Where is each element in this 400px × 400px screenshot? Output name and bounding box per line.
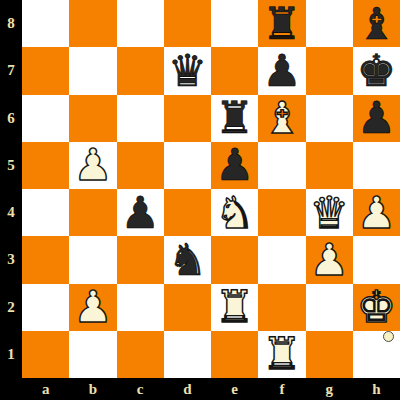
file-label-b: b [69,378,116,400]
square-f6[interactable]: ♝ [258,95,305,142]
square-c1[interactable] [117,331,164,378]
black-pawn[interactable]: ♟ [117,189,164,236]
square-d6[interactable] [164,95,211,142]
white-rook[interactable]: ♜ [258,331,305,378]
square-c2[interactable] [117,284,164,331]
hint-circle-marker [383,331,394,342]
rank-labels: 87654321 [0,0,22,378]
square-e4[interactable]: ♞ [211,189,258,236]
square-g5[interactable] [306,142,353,189]
file-label-g: g [306,378,353,400]
rank-label-6: 6 [0,95,22,142]
square-b7[interactable] [69,47,116,94]
rank-label-5: 5 [0,142,22,189]
white-queen[interactable]: ♛ [306,189,353,236]
white-pawn[interactable]: ♟ [69,142,116,189]
square-e1[interactable] [211,331,258,378]
square-c6[interactable] [117,95,164,142]
black-knight[interactable]: ♞ [164,236,211,283]
square-g2[interactable] [306,284,353,331]
file-label-a: a [22,378,69,400]
square-d8[interactable] [164,0,211,47]
square-d5[interactable] [164,142,211,189]
square-h2[interactable]: ♚ [353,284,400,331]
square-g7[interactable] [306,47,353,94]
square-b8[interactable] [69,0,116,47]
square-a3[interactable] [22,236,69,283]
square-f8[interactable]: ♜ [258,0,305,47]
square-e6[interactable]: ♜ [211,95,258,142]
file-label-f: f [258,378,305,400]
square-b4[interactable] [69,189,116,236]
square-g6[interactable] [306,95,353,142]
file-label-h: h [353,378,400,400]
square-d1[interactable] [164,331,211,378]
square-e8[interactable] [211,0,258,47]
square-h6[interactable]: ♟ [353,95,400,142]
white-pawn[interactable]: ♟ [306,236,353,283]
square-a8[interactable] [22,0,69,47]
white-rook[interactable]: ♜ [211,284,258,331]
rank-label-3: 3 [0,236,22,283]
black-rook[interactable]: ♜ [211,95,258,142]
square-h5[interactable] [353,142,400,189]
file-label-d: d [164,378,211,400]
square-e7[interactable] [211,47,258,94]
square-c8[interactable] [117,0,164,47]
square-a6[interactable] [22,95,69,142]
square-a7[interactable] [22,47,69,94]
square-e2[interactable]: ♜ [211,284,258,331]
square-f3[interactable] [258,236,305,283]
white-pawn[interactable]: ♟ [69,284,116,331]
square-f1[interactable]: ♜ [258,331,305,378]
square-a4[interactable] [22,189,69,236]
square-d4[interactable] [164,189,211,236]
square-e3[interactable] [211,236,258,283]
square-h4[interactable]: ♟ [353,189,400,236]
black-king[interactable]: ♚ [353,47,400,94]
white-king[interactable]: ♚ [353,284,400,331]
square-e5[interactable]: ♟ [211,142,258,189]
white-pawn[interactable]: ♟ [353,189,400,236]
square-d2[interactable] [164,284,211,331]
black-queen[interactable]: ♛ [164,47,211,94]
file-labels: abcdefgh [22,378,400,400]
black-pawn[interactable]: ♟ [211,142,258,189]
white-bishop[interactable]: ♝ [258,95,305,142]
square-a1[interactable] [22,331,69,378]
square-g4[interactable]: ♛ [306,189,353,236]
square-g1[interactable] [306,331,353,378]
square-c7[interactable] [117,47,164,94]
black-pawn[interactable]: ♟ [258,47,305,94]
square-h3[interactable] [353,236,400,283]
square-c3[interactable] [117,236,164,283]
square-h7[interactable]: ♚ [353,47,400,94]
square-h1[interactable] [353,331,400,378]
square-c5[interactable] [117,142,164,189]
square-a5[interactable] [22,142,69,189]
square-a2[interactable] [22,284,69,331]
square-h8[interactable]: ♝ [353,0,400,47]
black-bishop[interactable]: ♝ [353,0,400,47]
square-b1[interactable] [69,331,116,378]
rank-label-2: 2 [0,284,22,331]
square-b6[interactable] [69,95,116,142]
rank-label-1: 1 [0,331,22,378]
rank-label-8: 8 [0,0,22,47]
rank-label-7: 7 [0,47,22,94]
square-g8[interactable] [306,0,353,47]
rank-label-4: 4 [0,189,22,236]
square-c4[interactable]: ♟ [117,189,164,236]
square-g3[interactable]: ♟ [306,236,353,283]
square-b5[interactable]: ♟ [69,142,116,189]
file-label-e: e [211,378,258,400]
chess-board[interactable]: ♜♝♛♟♚♜♝♟♟♟♟♞♛♟♞♟♟♜♚♜ [22,0,400,378]
square-b3[interactable] [69,236,116,283]
square-b2[interactable]: ♟ [69,284,116,331]
chess-board-frame: 87654321 ♜♝♛♟♚♜♝♟♟♟♟♞♛♟♞♟♟♜♚♜ abcdefgh [0,0,400,400]
white-knight[interactable]: ♞ [211,189,258,236]
square-f5[interactable] [258,142,305,189]
black-rook[interactable]: ♜ [258,0,305,47]
black-pawn[interactable]: ♟ [353,95,400,142]
square-f2[interactable] [258,284,305,331]
square-f7[interactable]: ♟ [258,47,305,94]
square-f4[interactable] [258,189,305,236]
file-label-c: c [117,378,164,400]
square-d7[interactable]: ♛ [164,47,211,94]
square-d3[interactable]: ♞ [164,236,211,283]
